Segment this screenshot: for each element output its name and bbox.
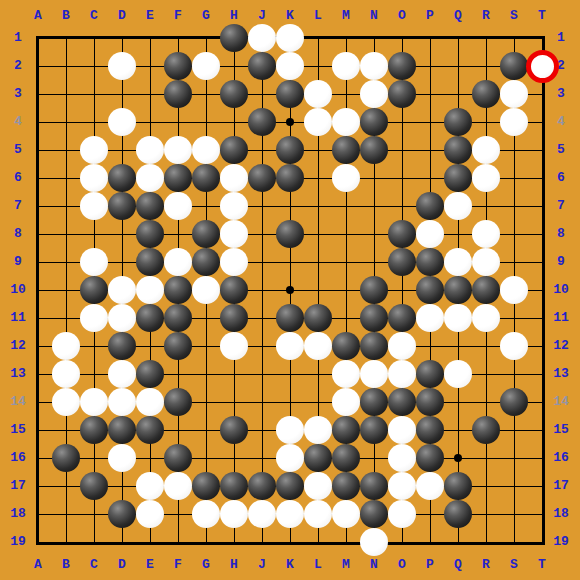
stone-white[interactable] [500,276,528,304]
stone-black[interactable] [444,164,472,192]
coord-label: 15 [549,422,573,438]
stone-white[interactable] [276,444,304,472]
coord-label: C [82,8,106,24]
coord-label: 6 [549,170,573,186]
coord-label: 12 [549,338,573,354]
stone-white[interactable] [472,304,500,332]
stone-white[interactable] [136,164,164,192]
stone-white[interactable] [360,360,388,388]
stone-white[interactable] [472,220,500,248]
stone-black[interactable] [276,304,304,332]
stone-white[interactable] [416,472,444,500]
stone-white[interactable] [248,500,276,528]
coord-label: 19 [6,534,30,550]
stone-white[interactable] [80,248,108,276]
stone-white[interactable] [220,220,248,248]
coord-label: 8 [6,226,30,242]
stone-black[interactable] [220,416,248,444]
coord-label: F [166,8,190,24]
stone-black[interactable] [416,276,444,304]
coord-label: E [138,557,162,573]
stone-black[interactable] [136,192,164,220]
coord-label: 17 [6,478,30,494]
coord-label: T [530,557,554,573]
stone-black[interactable] [360,332,388,360]
coord-label: 1 [6,30,30,46]
coord-label: 1 [549,30,573,46]
stone-black[interactable] [416,416,444,444]
stone-white[interactable] [192,276,220,304]
stone-white[interactable] [304,80,332,108]
stone-white[interactable] [332,500,360,528]
stone-white[interactable] [444,248,472,276]
stone-white[interactable] [136,136,164,164]
stone-black[interactable] [388,304,416,332]
stone-white[interactable] [332,164,360,192]
coord-label: 7 [549,198,573,214]
stone-black[interactable] [220,24,248,52]
stone-black[interactable] [52,444,80,472]
star-point [454,454,462,462]
stone-white[interactable] [500,80,528,108]
stone-black[interactable] [332,444,360,472]
coord-label: 19 [549,534,573,550]
coord-label: M [334,557,358,573]
stone-black[interactable] [80,276,108,304]
coord-label: F [166,557,190,573]
coord-label: R [474,8,498,24]
stone-black[interactable] [360,108,388,136]
stone-white[interactable] [276,24,304,52]
stone-black[interactable] [108,192,136,220]
stone-white[interactable] [332,388,360,416]
stone-black[interactable] [416,248,444,276]
stone-black[interactable] [388,388,416,416]
stone-black[interactable] [248,472,276,500]
stone-white[interactable] [276,416,304,444]
stone-black[interactable] [192,248,220,276]
stone-black[interactable] [304,304,332,332]
stone-white[interactable] [136,472,164,500]
coord-label: 15 [6,422,30,438]
coord-label: 16 [6,450,30,466]
stone-black[interactable] [80,472,108,500]
stone-black[interactable] [220,136,248,164]
coord-label: B [54,8,78,24]
stone-white[interactable] [108,276,136,304]
stone-black[interactable] [248,108,276,136]
stone-white[interactable] [108,444,136,472]
coord-label: 12 [6,338,30,354]
stone-white[interactable] [500,332,528,360]
stone-black[interactable] [164,80,192,108]
stone-black[interactable] [220,80,248,108]
stone-black[interactable] [276,136,304,164]
stone-white[interactable] [220,332,248,360]
stone-white[interactable] [136,500,164,528]
stone-white[interactable] [388,500,416,528]
coord-label: O [390,8,414,24]
stone-black[interactable] [136,248,164,276]
stone-white[interactable] [388,444,416,472]
stone-black[interactable] [360,500,388,528]
stone-white[interactable] [444,360,472,388]
stone-white[interactable] [332,360,360,388]
stone-black[interactable] [136,304,164,332]
stone-black[interactable] [500,388,528,416]
stone-black[interactable] [444,500,472,528]
stone-white[interactable] [108,304,136,332]
coord-label: S [502,8,526,24]
stone-black[interactable] [164,332,192,360]
coord-label: P [418,557,442,573]
coord-label: E [138,8,162,24]
coord-label: P [418,8,442,24]
coord-label: 18 [549,506,573,522]
stone-white[interactable] [220,192,248,220]
stone-white[interactable] [304,416,332,444]
star-point [286,286,294,294]
stone-black[interactable] [360,388,388,416]
stone-black[interactable] [164,276,192,304]
coord-label: 11 [6,310,30,326]
coord-label: 9 [549,254,573,270]
stone-white[interactable] [304,500,332,528]
stone-white[interactable] [360,528,388,556]
stone-black[interactable] [416,388,444,416]
stone-black[interactable] [416,192,444,220]
coord-label: 4 [6,114,30,130]
stone-white[interactable] [52,360,80,388]
coord-label: 5 [549,142,573,158]
coord-label: 7 [6,198,30,214]
stone-white[interactable] [472,136,500,164]
stone-black[interactable] [276,80,304,108]
stone-white[interactable] [332,108,360,136]
coord-label: 5 [6,142,30,158]
stone-black[interactable] [360,136,388,164]
stone-black[interactable] [248,164,276,192]
coord-label: 3 [549,86,573,102]
coord-label: K [278,557,302,573]
stone-black[interactable] [304,444,332,472]
stone-white[interactable] [80,192,108,220]
stone-black[interactable] [220,472,248,500]
coord-label: 13 [549,366,573,382]
stone-white[interactable] [136,276,164,304]
stone-black[interactable] [164,52,192,80]
stone-black[interactable] [276,472,304,500]
stone-white[interactable] [164,472,192,500]
stone-white[interactable] [472,248,500,276]
stone-white[interactable] [220,248,248,276]
stone-black[interactable] [444,276,472,304]
stone-black[interactable] [276,164,304,192]
coord-label: M [334,8,358,24]
coord-label: D [110,557,134,573]
coord-label: A [26,8,50,24]
stone-black[interactable] [136,220,164,248]
stone-white[interactable] [80,136,108,164]
stone-white[interactable] [444,192,472,220]
stone-black[interactable] [360,276,388,304]
stone-black[interactable] [360,472,388,500]
stone-black[interactable] [80,416,108,444]
stone-black[interactable] [416,360,444,388]
stone-white[interactable] [388,360,416,388]
coord-label: 9 [6,254,30,270]
coord-label: 4 [549,114,573,130]
last-move-marker [526,50,559,83]
stone-black[interactable] [108,164,136,192]
coord-label: 14 [549,394,573,410]
stone-white[interactable] [52,388,80,416]
stone-black[interactable] [276,220,304,248]
stone-black[interactable] [388,248,416,276]
coord-label: 13 [6,366,30,382]
stone-white[interactable] [444,304,472,332]
stone-black[interactable] [192,220,220,248]
stone-white[interactable] [108,360,136,388]
coord-label: L [306,8,330,24]
stone-white[interactable] [80,164,108,192]
coord-label: Q [446,557,470,573]
stone-white[interactable] [304,472,332,500]
coord-label: 16 [549,450,573,466]
stone-white[interactable] [164,248,192,276]
coord-label: D [110,8,134,24]
coord-label: C [82,557,106,573]
coord-label: L [306,557,330,573]
stone-white[interactable] [304,332,332,360]
stone-white[interactable] [388,416,416,444]
stone-black[interactable] [136,416,164,444]
stone-white[interactable] [80,304,108,332]
stone-black[interactable] [220,304,248,332]
stone-black[interactable] [444,472,472,500]
stone-white[interactable] [164,136,192,164]
coord-label: J [250,557,274,573]
stone-black[interactable] [248,52,276,80]
go-board[interactable]: ABCDEFGHJKLMNOPQRST ABCDEFGHJKLMNOPQRST … [0,0,580,580]
stone-black[interactable] [332,472,360,500]
stone-black[interactable] [416,444,444,472]
coord-label: N [362,557,386,573]
stone-black[interactable] [192,164,220,192]
coord-label: 11 [549,310,573,326]
star-point [286,118,294,126]
coord-label: 17 [549,478,573,494]
coord-label: 2 [6,58,30,74]
coord-label: K [278,8,302,24]
stone-white[interactable] [220,164,248,192]
stone-black[interactable] [108,332,136,360]
stone-white[interactable] [108,52,136,80]
stone-black[interactable] [108,416,136,444]
stone-white[interactable] [472,164,500,192]
coord-label: H [222,8,246,24]
coord-label: B [54,557,78,573]
stone-black[interactable] [388,52,416,80]
stone-white[interactable] [220,500,248,528]
coord-label: 10 [549,282,573,298]
stone-black[interactable] [164,444,192,472]
stone-white[interactable] [500,108,528,136]
stone-white[interactable] [276,52,304,80]
coord-label: J [250,8,274,24]
stone-white[interactable] [108,388,136,416]
stone-white[interactable] [248,24,276,52]
stone-black[interactable] [192,472,220,500]
stone-black[interactable] [444,108,472,136]
stone-white[interactable] [192,136,220,164]
coord-label: G [194,557,218,573]
stone-black[interactable] [164,304,192,332]
stone-white[interactable] [416,304,444,332]
stone-white[interactable] [164,192,192,220]
stone-black[interactable] [472,416,500,444]
stone-black[interactable] [444,136,472,164]
stone-black[interactable] [472,276,500,304]
coord-label: O [390,557,414,573]
stone-white[interactable] [388,332,416,360]
stone-white[interactable] [80,388,108,416]
coord-label: 18 [6,506,30,522]
stone-white[interactable] [388,472,416,500]
stone-white[interactable] [192,500,220,528]
stone-white[interactable] [360,80,388,108]
coord-label: 6 [6,170,30,186]
coord-label: T [530,8,554,24]
coord-label: 10 [6,282,30,298]
coord-label: 14 [6,394,30,410]
stone-black[interactable] [108,500,136,528]
stone-white[interactable] [304,108,332,136]
stone-black[interactable] [360,416,388,444]
stone-white[interactable] [276,500,304,528]
coord-label: R [474,557,498,573]
coord-label: Q [446,8,470,24]
stone-white[interactable] [332,52,360,80]
coord-label: 3 [6,86,30,102]
coord-label: H [222,557,246,573]
stone-white[interactable] [276,332,304,360]
stone-black[interactable] [332,332,360,360]
stone-black[interactable] [220,276,248,304]
stone-black[interactable] [360,304,388,332]
stone-white[interactable] [416,220,444,248]
stone-white[interactable] [108,108,136,136]
stone-white[interactable] [360,52,388,80]
coord-label: A [26,557,50,573]
coord-label: S [502,557,526,573]
stone-black[interactable] [164,164,192,192]
stone-white[interactable] [192,52,220,80]
stone-black[interactable] [332,416,360,444]
stone-black[interactable] [332,136,360,164]
coord-label: N [362,8,386,24]
stone-black[interactable] [136,360,164,388]
stone-black[interactable] [388,80,416,108]
stone-white[interactable] [52,332,80,360]
stone-black[interactable] [164,388,192,416]
coord-label: 8 [549,226,573,242]
stone-black[interactable] [388,220,416,248]
coord-label: G [194,8,218,24]
stone-black[interactable] [472,80,500,108]
stone-white[interactable] [136,388,164,416]
stone-black[interactable] [500,52,528,80]
